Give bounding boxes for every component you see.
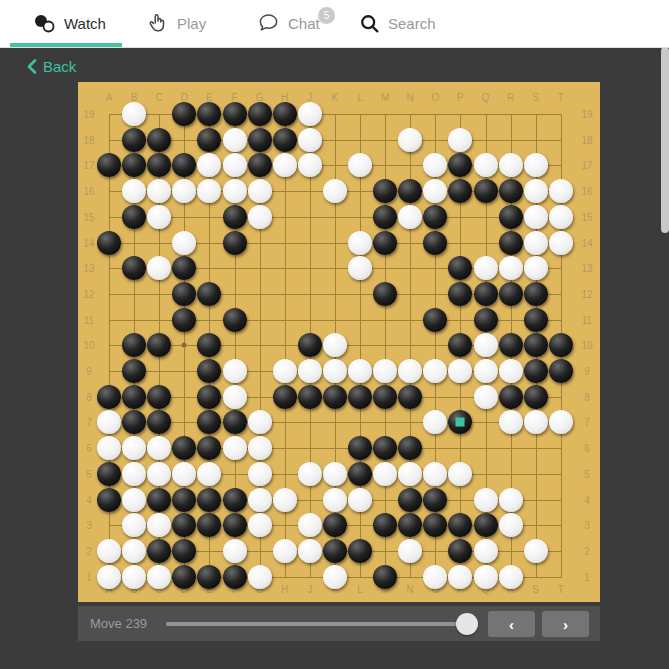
- black-stone: [223, 205, 247, 229]
- white-stone: [122, 436, 146, 460]
- black-stone: [273, 128, 297, 152]
- white-stone: [549, 410, 573, 434]
- white-stone: [474, 565, 498, 589]
- black-stone: [298, 333, 322, 357]
- black-stone: [448, 153, 472, 177]
- black-stone: [172, 102, 196, 126]
- black-stone: [122, 256, 146, 280]
- black-stone: [248, 128, 272, 152]
- row-label: 15: [581, 211, 592, 222]
- black-stone: [448, 179, 472, 203]
- row-label: 5: [584, 468, 590, 479]
- chat-bubble-icon: [257, 13, 280, 33]
- white-stone: [298, 513, 322, 537]
- black-stone: [298, 385, 322, 409]
- black-stone: [197, 436, 221, 460]
- white-stone: [323, 462, 347, 486]
- row-label: 4: [584, 494, 590, 505]
- white-stone: [423, 462, 447, 486]
- black-stone: [147, 128, 171, 152]
- white-stone: [398, 462, 422, 486]
- next-move-button[interactable]: ›: [542, 611, 589, 637]
- black-stone: [122, 410, 146, 434]
- white-stone: [223, 539, 247, 563]
- white-stone: [147, 565, 171, 589]
- tab-play-label: Play: [177, 15, 206, 32]
- white-stone: [197, 179, 221, 203]
- black-stone: [373, 231, 397, 255]
- black-stone: [448, 256, 472, 280]
- white-stone: [398, 205, 422, 229]
- black-stone: [373, 282, 397, 306]
- white-stone: [223, 128, 247, 152]
- column-label: K: [332, 92, 339, 103]
- black-stone: [549, 333, 573, 357]
- white-stone: [97, 539, 121, 563]
- row-label: 12: [581, 288, 592, 299]
- white-stone: [348, 359, 372, 383]
- white-stone: [248, 462, 272, 486]
- black-stone: [373, 205, 397, 229]
- black-stone: [398, 513, 422, 537]
- column-label: A: [106, 92, 113, 103]
- main-content: Back AA1919BB1818CC1717DD1616EE1515FF141…: [0, 47, 669, 669]
- chevron-left-icon: [27, 59, 37, 74]
- column-label: O: [431, 92, 439, 103]
- black-stone: [197, 513, 221, 537]
- white-stone: [248, 513, 272, 537]
- white-stone: [273, 488, 297, 512]
- row-label: 18: [83, 134, 94, 145]
- white-stone: [323, 333, 347, 357]
- black-stone: [273, 102, 297, 126]
- tab-watch-label: Watch: [64, 15, 106, 32]
- black-stone: [223, 488, 247, 512]
- black-stone: [524, 308, 548, 332]
- white-stone: [172, 231, 196, 255]
- white-stone: [323, 359, 347, 383]
- tab-chat[interactable]: Chat: [257, 0, 320, 46]
- white-stone: [524, 256, 548, 280]
- row-label: 1: [584, 571, 590, 582]
- black-stone: [147, 488, 171, 512]
- row-label: 9: [86, 366, 92, 377]
- last-move-marker: [456, 418, 465, 427]
- white-stone: [298, 153, 322, 177]
- white-stone: [122, 102, 146, 126]
- white-stone: [549, 205, 573, 229]
- black-stone: [499, 282, 523, 306]
- black-stone: [172, 488, 196, 512]
- black-stone: [373, 565, 397, 589]
- white-stone: [147, 462, 171, 486]
- white-stone: [474, 333, 498, 357]
- row-label: 3: [584, 520, 590, 531]
- white-stone: [122, 565, 146, 589]
- row-label: 8: [584, 391, 590, 402]
- white-stone: [323, 179, 347, 203]
- column-label: B: [131, 92, 138, 103]
- column-label: D: [181, 92, 188, 103]
- white-stone: [524, 153, 548, 177]
- black-stone: [223, 102, 247, 126]
- white-stone: [474, 488, 498, 512]
- black-stone: [197, 102, 221, 126]
- black-stone: [97, 462, 121, 486]
- black-stone: [373, 513, 397, 537]
- white-stone: [423, 565, 447, 589]
- black-stone: [147, 153, 171, 177]
- black-stone: [423, 513, 447, 537]
- black-stone: [448, 333, 472, 357]
- black-stone: [197, 565, 221, 589]
- black-stone: [348, 436, 372, 460]
- row-label: 13: [83, 263, 94, 274]
- move-slider[interactable]: [166, 622, 476, 626]
- black-stone: [172, 539, 196, 563]
- white-stone: [448, 565, 472, 589]
- move-slider-handle[interactable]: [456, 613, 478, 635]
- search-icon: [359, 13, 380, 34]
- white-stone: [549, 231, 573, 255]
- white-stone: [448, 359, 472, 383]
- white-stone: [223, 179, 247, 203]
- white-stone: [273, 153, 297, 177]
- column-label: C: [156, 92, 163, 103]
- column-label: F: [231, 92, 237, 103]
- white-stone: [423, 410, 447, 434]
- black-stone: [147, 333, 171, 357]
- row-label: 14: [581, 237, 592, 248]
- white-stone: [474, 359, 498, 383]
- white-stone: [298, 128, 322, 152]
- black-stone: [223, 231, 247, 255]
- white-stone: [499, 565, 523, 589]
- white-stone: [298, 359, 322, 383]
- column-label: H: [281, 92, 288, 103]
- white-stone: [373, 359, 397, 383]
- black-stone: [122, 128, 146, 152]
- white-stone: [147, 179, 171, 203]
- black-stone: [197, 385, 221, 409]
- black-stone: [122, 333, 146, 357]
- move-controls-bar: Move 239 ‹ ›: [78, 606, 600, 641]
- prev-move-button[interactable]: ‹: [488, 611, 535, 637]
- back-label: Back: [43, 58, 76, 75]
- tab-chat-label: Chat: [288, 15, 320, 32]
- white-stone: [448, 462, 472, 486]
- white-stone: [398, 359, 422, 383]
- row-label: 7: [584, 417, 590, 428]
- white-stone: [373, 462, 397, 486]
- row-label: 7: [86, 417, 92, 428]
- black-stone: [147, 410, 171, 434]
- tab-search-label: Search: [388, 15, 436, 32]
- black-stone: [499, 179, 523, 203]
- white-stone: [122, 462, 146, 486]
- white-stone: [223, 436, 247, 460]
- black-stone: [348, 539, 372, 563]
- black-stone: [373, 179, 397, 203]
- back-button[interactable]: Back: [27, 58, 76, 75]
- black-stone: [172, 256, 196, 280]
- black-stone: [97, 153, 121, 177]
- black-stone: [448, 539, 472, 563]
- white-stone: [524, 179, 548, 203]
- hand-icon: [147, 12, 169, 34]
- black-stone: [323, 539, 347, 563]
- black-stone: [147, 539, 171, 563]
- column-label: G: [256, 92, 264, 103]
- black-stone: [524, 282, 548, 306]
- row-label: 9: [584, 366, 590, 377]
- white-stone: [248, 436, 272, 460]
- black-stone: [448, 513, 472, 537]
- black-stone: [398, 385, 422, 409]
- white-stone: [474, 385, 498, 409]
- white-stone: [248, 205, 272, 229]
- column-label: H: [281, 584, 288, 595]
- row-label: 13: [581, 263, 592, 274]
- black-stone: [549, 359, 573, 383]
- move-number-label: Move 239: [90, 616, 147, 631]
- black-stone: [223, 565, 247, 589]
- black-stone: [97, 231, 121, 255]
- black-stone: [197, 128, 221, 152]
- row-label: 19: [581, 109, 592, 120]
- black-stone: [97, 385, 121, 409]
- white-stone: [423, 359, 447, 383]
- black-stone: [197, 488, 221, 512]
- white-stone: [122, 513, 146, 537]
- black-stone: [474, 308, 498, 332]
- row-label: 10: [83, 340, 94, 351]
- white-stone: [248, 565, 272, 589]
- column-label: J: [307, 584, 312, 595]
- black-stone: [499, 385, 523, 409]
- white-stone: [398, 539, 422, 563]
- white-stone: [499, 488, 523, 512]
- black-stone: [223, 410, 247, 434]
- white-stone: [172, 179, 196, 203]
- white-stone: [448, 128, 472, 152]
- row-label: 6: [86, 443, 92, 454]
- black-stone: [197, 282, 221, 306]
- row-label: 16: [83, 186, 94, 197]
- column-label: R: [507, 92, 514, 103]
- black-stone: [499, 231, 523, 255]
- white-stone: [248, 179, 272, 203]
- white-stone: [549, 179, 573, 203]
- black-stone: [122, 205, 146, 229]
- white-stone: [323, 565, 347, 589]
- row-label: 10: [581, 340, 592, 351]
- row-label: 8: [86, 391, 92, 402]
- black-stone: [97, 488, 121, 512]
- row-label: 6: [584, 443, 590, 454]
- black-stone: [197, 333, 221, 357]
- white-stone: [499, 513, 523, 537]
- black-stone: [248, 153, 272, 177]
- row-label: 11: [582, 314, 592, 325]
- black-stone: [398, 179, 422, 203]
- white-stone: [499, 153, 523, 177]
- column-label: Q: [482, 92, 490, 103]
- white-stone: [348, 488, 372, 512]
- black-stone: [172, 513, 196, 537]
- black-stone: [448, 282, 472, 306]
- black-stone: [172, 436, 196, 460]
- white-stone: [499, 256, 523, 280]
- black-stone: [197, 359, 221, 383]
- white-stone: [398, 128, 422, 152]
- black-stone: [499, 333, 523, 357]
- black-stone: [474, 282, 498, 306]
- black-stone: [147, 385, 171, 409]
- row-label: 11: [84, 314, 94, 325]
- black-stone: [223, 513, 247, 537]
- white-stone: [423, 179, 447, 203]
- column-label: N: [407, 92, 414, 103]
- white-stone: [197, 153, 221, 177]
- black-stone: [474, 179, 498, 203]
- row-label: 2: [86, 545, 92, 556]
- row-label: 5: [86, 468, 92, 479]
- black-stone: [398, 436, 422, 460]
- tab-watch[interactable]: Watch: [33, 0, 106, 46]
- black-stone: [373, 385, 397, 409]
- white-stone: [122, 539, 146, 563]
- black-stone: [197, 410, 221, 434]
- black-stone: [348, 462, 372, 486]
- white-stone: [97, 436, 121, 460]
- go-board[interactable]: AA1919BB1818CC1717DD1616EE1515FF1414GG13…: [78, 82, 600, 602]
- grid-line-horizontal: [109, 422, 562, 423]
- black-stone: [248, 102, 272, 126]
- white-stone: [248, 410, 272, 434]
- black-stone: [423, 308, 447, 332]
- white-stone: [122, 179, 146, 203]
- white-stone: [474, 256, 498, 280]
- white-stone: [172, 462, 196, 486]
- white-stone: [147, 205, 171, 229]
- black-stone: [172, 282, 196, 306]
- row-label: 16: [581, 186, 592, 197]
- column-label: M: [381, 92, 389, 103]
- chat-unread-badge: 5: [318, 7, 335, 24]
- white-stone: [147, 513, 171, 537]
- black-stone: [474, 513, 498, 537]
- white-stone: [474, 153, 498, 177]
- tab-play[interactable]: Play: [147, 0, 206, 46]
- white-stone: [97, 410, 121, 434]
- row-label: 19: [83, 109, 94, 120]
- row-label: 3: [86, 520, 92, 531]
- row-label: 17: [581, 160, 592, 171]
- black-stone: [373, 436, 397, 460]
- black-stone: [524, 359, 548, 383]
- black-stone: [172, 153, 196, 177]
- row-label: 17: [83, 160, 94, 171]
- black-stone: [398, 488, 422, 512]
- row-label: 18: [581, 134, 592, 145]
- white-stone: [423, 153, 447, 177]
- white-stone: [474, 539, 498, 563]
- black-stone: [499, 205, 523, 229]
- black-stone: [223, 308, 247, 332]
- column-label: L: [357, 92, 363, 103]
- black-stone: [273, 385, 297, 409]
- white-stone: [499, 410, 523, 434]
- white-stone: [524, 539, 548, 563]
- white-stone: [223, 359, 247, 383]
- column-label: S: [532, 92, 539, 103]
- white-stone: [348, 231, 372, 255]
- white-stone: [248, 488, 272, 512]
- active-tab-underline: [10, 43, 122, 47]
- column-label: N: [407, 584, 414, 595]
- column-label: L: [357, 584, 363, 595]
- black-stone: [423, 205, 447, 229]
- black-stone: [524, 385, 548, 409]
- go-stones-icon: [33, 13, 56, 33]
- black-stone: [122, 153, 146, 177]
- black-stone: [348, 385, 372, 409]
- column-label: S: [532, 584, 539, 595]
- white-stone: [122, 488, 146, 512]
- white-stone: [524, 410, 548, 434]
- black-stone: [423, 231, 447, 255]
- row-label: 2: [584, 545, 590, 556]
- white-stone: [298, 102, 322, 126]
- white-stone: [298, 539, 322, 563]
- white-stone: [348, 153, 372, 177]
- row-label: 12: [83, 288, 94, 299]
- black-stone: [122, 385, 146, 409]
- column-label: E: [206, 92, 213, 103]
- row-label: 1: [86, 571, 92, 582]
- scrollbar-thumb[interactable]: [661, 47, 669, 233]
- white-stone: [298, 462, 322, 486]
- white-stone: [147, 436, 171, 460]
- black-stone: [172, 565, 196, 589]
- row-label: 15: [83, 211, 94, 222]
- white-stone: [97, 565, 121, 589]
- row-label: 14: [83, 237, 94, 248]
- star-point: [182, 343, 187, 348]
- black-stone: [524, 333, 548, 357]
- column-label: P: [457, 92, 464, 103]
- column-label: T: [558, 584, 564, 595]
- tab-search[interactable]: Search: [359, 0, 436, 46]
- white-stone: [524, 231, 548, 255]
- black-stone: [122, 359, 146, 383]
- black-stone: [423, 488, 447, 512]
- white-stone: [147, 256, 171, 280]
- white-stone: [273, 539, 297, 563]
- black-stone: [323, 513, 347, 537]
- black-stone: [323, 385, 347, 409]
- top-nav: Watch Play Chat 5 Search: [0, 0, 669, 48]
- white-stone: [223, 385, 247, 409]
- white-stone: [273, 359, 297, 383]
- row-label: 4: [86, 494, 92, 505]
- column-label: T: [558, 92, 564, 103]
- white-stone: [348, 256, 372, 280]
- white-stone: [524, 205, 548, 229]
- column-label: J: [307, 92, 312, 103]
- white-stone: [223, 153, 247, 177]
